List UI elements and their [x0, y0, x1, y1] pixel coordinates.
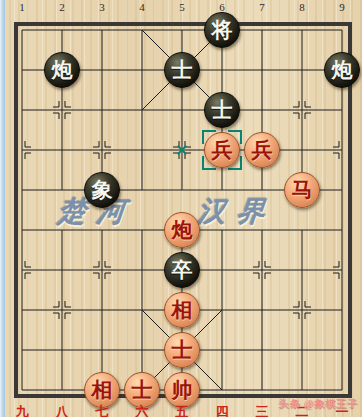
piece-black-cannon[interactable]: 炮 [324, 52, 360, 88]
piece-red-soldier[interactable]: 兵 [244, 132, 280, 168]
piece-red-advisor[interactable]: 士 [164, 332, 200, 368]
top-col-label: 8 [294, 1, 310, 13]
bottom-col-label: 八 [53, 403, 71, 417]
top-col-label: 6 [214, 1, 230, 13]
piece-red-cannon[interactable]: 炮 [164, 212, 200, 248]
top-col-label: 1 [14, 1, 30, 13]
bottom-col-label: 四 [213, 403, 231, 417]
xiangqi-game-screen: 123456789 楚河 汉界 将炮士炮士兵兵象马炮卒相士相士帅 九八七六五四三… [0, 0, 362, 417]
piece-black-elephant[interactable]: 象 [84, 172, 120, 208]
bottom-col-label: 三 [253, 403, 271, 417]
piece-red-elephant[interactable]: 相 [164, 292, 200, 328]
piece-black-cannon[interactable]: 炮 [44, 52, 80, 88]
watermark: 头条 @象棋王子 [278, 397, 358, 411]
top-col-label: 2 [54, 1, 70, 13]
top-col-label: 7 [254, 1, 270, 13]
bottom-col-label: 七 [93, 403, 111, 417]
top-col-label: 9 [334, 1, 350, 13]
bottom-col-label: 九 [13, 403, 31, 417]
piece-red-soldier[interactable]: 兵 [204, 132, 240, 168]
bottom-col-label: 五 [173, 403, 191, 417]
piece-black-general[interactable]: 将 [204, 12, 240, 48]
piece-black-advisor[interactable]: 士 [164, 52, 200, 88]
xiangqi-board[interactable]: 将炮士炮士兵兵象马炮卒相士相士帅 [2, 10, 362, 410]
piece-black-advisor[interactable]: 士 [204, 92, 240, 128]
bottom-col-label: 六 [133, 403, 151, 417]
top-col-label: 4 [134, 1, 150, 13]
left-scrollbar-strip[interactable] [0, 0, 5, 417]
piece-black-soldier[interactable]: 卒 [164, 252, 200, 288]
top-col-label: 3 [94, 1, 110, 13]
piece-red-horse[interactable]: 马 [284, 172, 320, 208]
top-col-label: 5 [174, 1, 190, 13]
